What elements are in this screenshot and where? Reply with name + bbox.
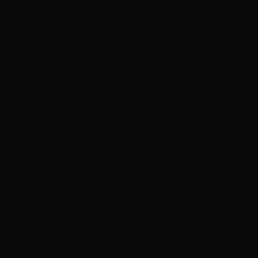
chess-board-frame	[0, 0, 258, 258]
chess-board	[2, 2, 256, 256]
